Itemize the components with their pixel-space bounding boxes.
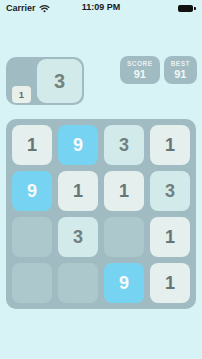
battery-icon [178, 5, 193, 12]
tile-9-r2c1: 9 [12, 171, 52, 211]
empty-cell-r3c3 [104, 217, 144, 257]
tile-1-r3c4: 1 [150, 217, 190, 257]
tile-1-r1c4: 1 [150, 125, 190, 165]
preview-tile-3: 3 [37, 59, 82, 103]
clock: 11:09 PM [82, 2, 121, 12]
app-screen: Carrier 11:09 PM 3 1 SCORE 91 BEST 91 19… [0, 0, 202, 359]
best-label: BEST [171, 60, 190, 68]
score-box: SCORE 91 [120, 56, 160, 84]
empty-cell-r3c1 [12, 217, 52, 257]
best-box: BEST 91 [164, 56, 197, 84]
score-label: SCORE [127, 60, 153, 68]
carrier-area: Carrier [6, 3, 50, 13]
tile-1-r1c1: 1 [12, 125, 52, 165]
tile-1-r2c2: 1 [58, 171, 98, 211]
score-value: 91 [134, 68, 146, 80]
empty-cell-r4c2 [58, 263, 98, 303]
tile-3-r3c2: 3 [58, 217, 98, 257]
tile-1-r2c3: 1 [104, 171, 144, 211]
tile-9-r4c3: 9 [104, 263, 144, 303]
tile-3-r2c4: 3 [150, 171, 190, 211]
best-value: 91 [174, 68, 186, 80]
game-board[interactable]: 193191133191 [6, 119, 196, 309]
tile-9-r1c2: 9 [58, 125, 98, 165]
tile-1-r4c4: 1 [150, 263, 190, 303]
status-bar: Carrier 11:09 PM [0, 0, 202, 14]
tile-3-r1c3: 3 [104, 125, 144, 165]
preview-tile-1: 1 [12, 86, 31, 103]
score-panel: SCORE 91 BEST 91 [120, 56, 197, 84]
carrier-label: Carrier [6, 3, 36, 13]
wifi-icon [39, 4, 50, 13]
empty-cell-r4c1 [12, 263, 52, 303]
next-tiles-preview: 3 1 [6, 57, 84, 105]
